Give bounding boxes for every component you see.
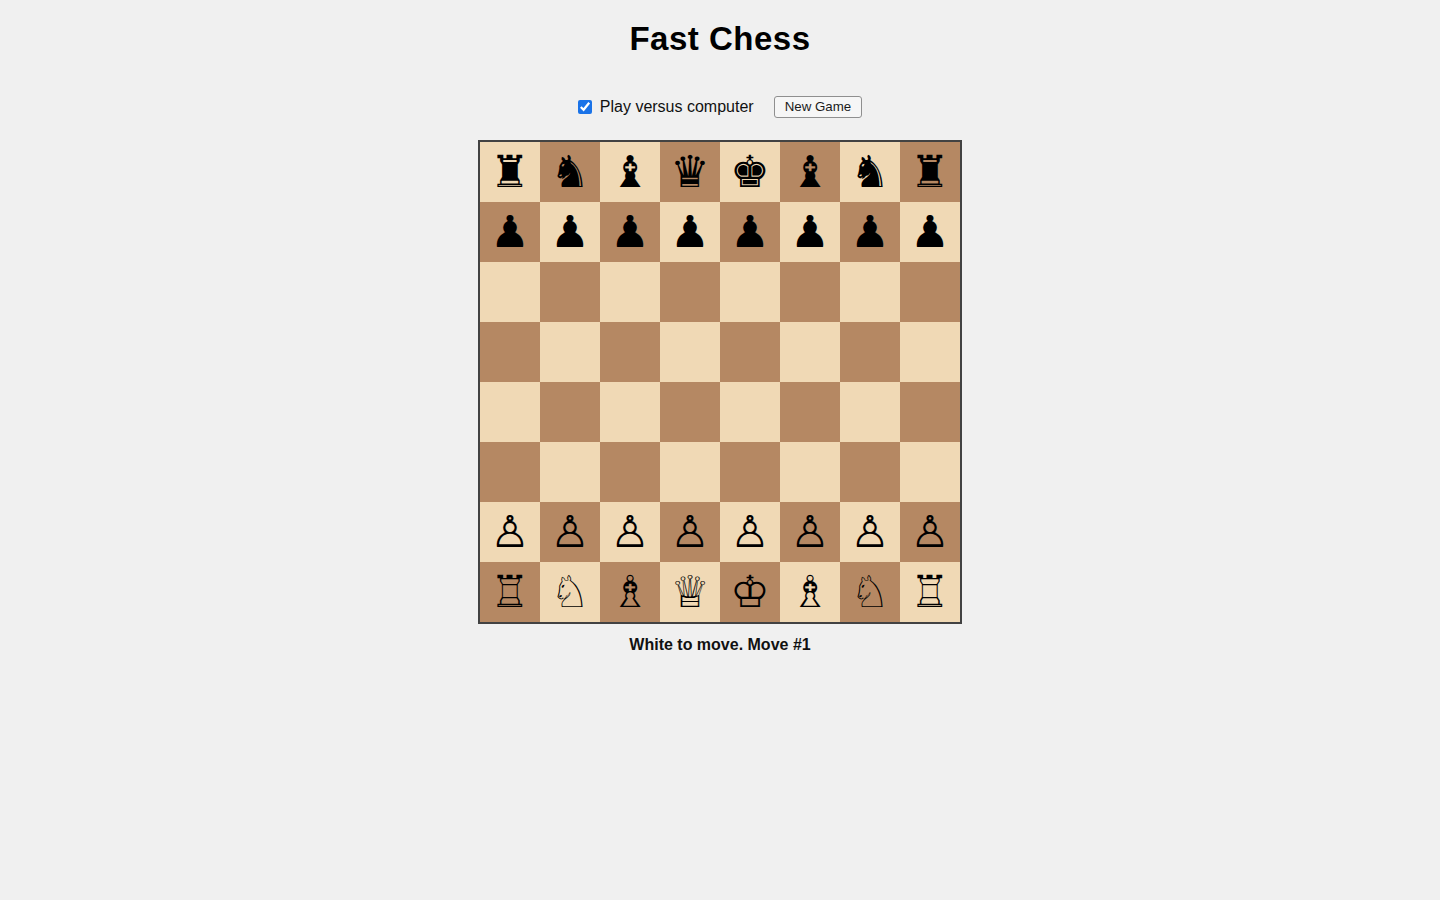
square-f8[interactable]: ♝ <box>780 142 840 202</box>
square-c2[interactable]: ♙ <box>600 502 660 562</box>
square-h3[interactable] <box>900 442 960 502</box>
status-text: White to move. Move #1 <box>0 636 1440 654</box>
square-b1[interactable]: ♘ <box>540 562 600 622</box>
piece-white-pawn[interactable]: ♙ <box>730 502 769 562</box>
square-f7[interactable]: ♟ <box>780 202 840 262</box>
piece-white-king[interactable]: ♔ <box>730 562 769 622</box>
square-b3[interactable] <box>540 442 600 502</box>
square-g5[interactable] <box>840 322 900 382</box>
play-versus-computer-checkbox[interactable] <box>578 100 592 114</box>
piece-black-queen[interactable]: ♛ <box>670 142 709 202</box>
square-e3[interactable] <box>720 442 780 502</box>
piece-black-bishop[interactable]: ♝ <box>790 142 829 202</box>
square-c6[interactable] <box>600 262 660 322</box>
page-title: Fast Chess <box>0 20 1440 58</box>
piece-black-bishop[interactable]: ♝ <box>610 142 649 202</box>
square-c5[interactable] <box>600 322 660 382</box>
piece-white-pawn[interactable]: ♙ <box>910 502 949 562</box>
square-c7[interactable]: ♟ <box>600 202 660 262</box>
piece-white-queen[interactable]: ♕ <box>670 562 709 622</box>
square-d3[interactable] <box>660 442 720 502</box>
square-b4[interactable] <box>540 382 600 442</box>
square-d5[interactable] <box>660 322 720 382</box>
piece-black-knight[interactable]: ♞ <box>850 142 889 202</box>
square-d6[interactable] <box>660 262 720 322</box>
piece-white-bishop[interactable]: ♗ <box>610 562 649 622</box>
square-e6[interactable] <box>720 262 780 322</box>
square-f3[interactable] <box>780 442 840 502</box>
square-g1[interactable]: ♘ <box>840 562 900 622</box>
chess-board: ♜♞♝♛♚♝♞♜♟♟♟♟♟♟♟♟♙♙♙♙♙♙♙♙♖♘♗♕♔♗♘♖ <box>478 140 962 624</box>
square-g6[interactable] <box>840 262 900 322</box>
play-versus-computer-label: Play versus computer <box>600 98 754 116</box>
square-c3[interactable] <box>600 442 660 502</box>
piece-black-pawn[interactable]: ♟ <box>730 202 769 262</box>
square-h8[interactable]: ♜ <box>900 142 960 202</box>
new-game-button[interactable]: New Game <box>774 96 863 118</box>
piece-white-pawn[interactable]: ♙ <box>790 502 829 562</box>
square-g3[interactable] <box>840 442 900 502</box>
square-h7[interactable]: ♟ <box>900 202 960 262</box>
board-container: ♜♞♝♛♚♝♞♜♟♟♟♟♟♟♟♟♙♙♙♙♙♙♙♙♖♘♗♕♔♗♘♖ <box>0 140 1440 624</box>
piece-black-pawn[interactable]: ♟ <box>670 202 709 262</box>
square-e2[interactable]: ♙ <box>720 502 780 562</box>
square-a4[interactable] <box>480 382 540 442</box>
square-d7[interactable]: ♟ <box>660 202 720 262</box>
piece-white-knight[interactable]: ♘ <box>550 562 589 622</box>
piece-black-pawn[interactable]: ♟ <box>910 202 949 262</box>
square-d2[interactable]: ♙ <box>660 502 720 562</box>
square-d1[interactable]: ♕ <box>660 562 720 622</box>
piece-black-pawn[interactable]: ♟ <box>550 202 589 262</box>
piece-white-rook[interactable]: ♖ <box>910 562 949 622</box>
square-c8[interactable]: ♝ <box>600 142 660 202</box>
square-b6[interactable] <box>540 262 600 322</box>
piece-black-pawn[interactable]: ♟ <box>850 202 889 262</box>
piece-black-pawn[interactable]: ♟ <box>790 202 829 262</box>
piece-black-pawn[interactable]: ♟ <box>490 202 529 262</box>
square-g4[interactable] <box>840 382 900 442</box>
piece-black-rook[interactable]: ♜ <box>490 142 529 202</box>
square-c4[interactable] <box>600 382 660 442</box>
square-e4[interactable] <box>720 382 780 442</box>
piece-white-pawn[interactable]: ♙ <box>610 502 649 562</box>
square-b7[interactable]: ♟ <box>540 202 600 262</box>
square-b8[interactable]: ♞ <box>540 142 600 202</box>
square-f5[interactable] <box>780 322 840 382</box>
square-a3[interactable] <box>480 442 540 502</box>
square-a7[interactable]: ♟ <box>480 202 540 262</box>
square-f4[interactable] <box>780 382 840 442</box>
square-a6[interactable] <box>480 262 540 322</box>
piece-black-rook[interactable]: ♜ <box>910 142 949 202</box>
square-g7[interactable]: ♟ <box>840 202 900 262</box>
square-h4[interactable] <box>900 382 960 442</box>
piece-white-pawn[interactable]: ♙ <box>490 502 529 562</box>
square-d8[interactable]: ♛ <box>660 142 720 202</box>
square-h5[interactable] <box>900 322 960 382</box>
square-f6[interactable] <box>780 262 840 322</box>
piece-white-pawn[interactable]: ♙ <box>550 502 589 562</box>
play-versus-computer-control: Play versus computer <box>578 98 754 116</box>
piece-white-pawn[interactable]: ♙ <box>670 502 709 562</box>
controls-row: Play versus computer New Game <box>0 96 1440 118</box>
square-e8[interactable]: ♚ <box>720 142 780 202</box>
square-a2[interactable]: ♙ <box>480 502 540 562</box>
square-h6[interactable] <box>900 262 960 322</box>
piece-white-pawn[interactable]: ♙ <box>850 502 889 562</box>
square-e1[interactable]: ♔ <box>720 562 780 622</box>
square-b5[interactable] <box>540 322 600 382</box>
piece-black-knight[interactable]: ♞ <box>550 142 589 202</box>
square-a1[interactable]: ♖ <box>480 562 540 622</box>
square-e5[interactable] <box>720 322 780 382</box>
square-d4[interactable] <box>660 382 720 442</box>
square-h2[interactable]: ♙ <box>900 502 960 562</box>
square-f2[interactable]: ♙ <box>780 502 840 562</box>
square-c1[interactable]: ♗ <box>600 562 660 622</box>
square-e7[interactable]: ♟ <box>720 202 780 262</box>
piece-white-rook[interactable]: ♖ <box>490 562 529 622</box>
piece-white-knight[interactable]: ♘ <box>850 562 889 622</box>
page: Fast Chess Play versus computer New Game… <box>0 20 1440 654</box>
square-f1[interactable]: ♗ <box>780 562 840 622</box>
piece-black-pawn[interactable]: ♟ <box>610 202 649 262</box>
piece-white-bishop[interactable]: ♗ <box>790 562 829 622</box>
square-h1[interactable]: ♖ <box>900 562 960 622</box>
piece-black-king[interactable]: ♚ <box>730 142 769 202</box>
square-g2[interactable]: ♙ <box>840 502 900 562</box>
square-a8[interactable]: ♜ <box>480 142 540 202</box>
square-g8[interactable]: ♞ <box>840 142 900 202</box>
square-a5[interactable] <box>480 322 540 382</box>
square-b2[interactable]: ♙ <box>540 502 600 562</box>
